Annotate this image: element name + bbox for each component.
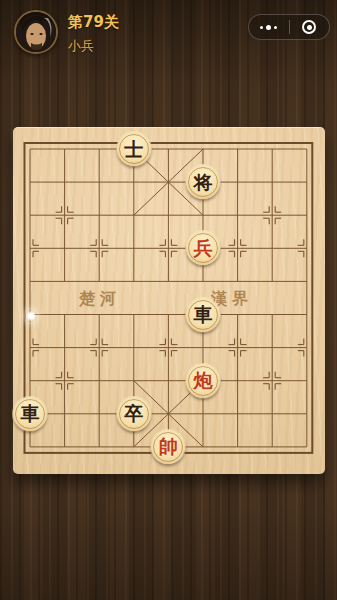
piece-label: 将 xyxy=(194,173,213,192)
close-button[interactable] xyxy=(290,15,330,39)
piece-black-chariot[interactable]: 車 xyxy=(13,397,47,431)
piece-black-general[interactable]: 将 xyxy=(186,165,220,199)
sparkle-effect xyxy=(25,310,37,322)
piece-black-soldier[interactable]: 卒 xyxy=(117,397,151,431)
piece-label: 士 xyxy=(124,140,143,159)
piece-label: 帥 xyxy=(159,437,178,456)
xiangqi-board[interactable]: 楚河 漢界 士将兵車炮車卒帥 xyxy=(13,127,325,474)
level-info: 第79关 小兵 xyxy=(68,13,119,55)
piece-black-advisor[interactable]: 士 xyxy=(117,132,151,166)
piece-red-cannon[interactable]: 炮 xyxy=(186,364,220,398)
piece-black-chariot[interactable]: 車 xyxy=(186,298,220,332)
piece-red-soldier[interactable]: 兵 xyxy=(186,231,220,265)
piece-label: 卒 xyxy=(124,404,143,423)
player-avatar[interactable] xyxy=(14,10,58,54)
piece-label: 車 xyxy=(194,305,213,324)
level-title: 第79关 xyxy=(68,13,119,32)
pieces-layer: 士将兵車炮車卒帥 xyxy=(13,127,325,474)
more-dots-icon xyxy=(260,25,277,30)
target-circle-icon xyxy=(302,20,316,34)
miniprogram-capsule xyxy=(248,14,330,40)
game-screen: 第79关 小兵 楚河 漢界 士将兵車炮車卒帥 xyxy=(0,0,337,600)
rank-label: 小兵 xyxy=(68,37,119,55)
piece-red-general[interactable]: 帥 xyxy=(151,430,185,464)
top-bar: 第79关 小兵 xyxy=(0,0,337,62)
piece-label: 車 xyxy=(21,404,40,423)
more-button[interactable] xyxy=(249,15,289,39)
piece-label: 炮 xyxy=(194,371,213,390)
bottom-bar: 锦 15 求助 8步 xyxy=(0,528,337,600)
piece-label: 兵 xyxy=(194,239,213,258)
player-avatar-art xyxy=(16,12,56,52)
